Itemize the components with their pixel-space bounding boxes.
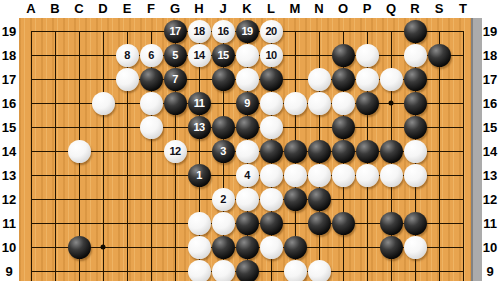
stone-black-L17 xyxy=(260,68,283,91)
column-label-G: G xyxy=(170,1,180,16)
stone-white-Q13 xyxy=(380,164,403,187)
stone-white-K14 xyxy=(236,140,259,163)
stone-white-E17 xyxy=(116,68,139,91)
star-point-D10 xyxy=(101,245,106,250)
stone-black-M10 xyxy=(284,236,307,259)
move-number: 13 xyxy=(193,121,204,133)
move-number: 12 xyxy=(169,145,180,157)
stone-black-F17 xyxy=(140,68,163,91)
column-label-H: H xyxy=(194,1,203,16)
row-label-right-16: 16 xyxy=(483,96,497,111)
move-number: 3 xyxy=(220,145,226,157)
stone-black-G19: 17 xyxy=(164,20,187,43)
move-number: 19 xyxy=(241,25,252,37)
stone-black-O15 xyxy=(332,116,355,139)
stone-black-Q11 xyxy=(380,212,403,235)
column-label-R: R xyxy=(410,1,419,16)
stone-black-O17 xyxy=(332,68,355,91)
column-label-F: F xyxy=(147,1,155,16)
column-label-K: K xyxy=(242,1,251,16)
stone-white-M9 xyxy=(284,260,307,281)
column-label-M: M xyxy=(290,1,301,16)
stone-white-F16 xyxy=(140,92,163,115)
column-label-T: T xyxy=(459,1,467,16)
grid-vline xyxy=(103,31,104,281)
stone-white-J11 xyxy=(212,212,235,235)
move-number: 6 xyxy=(148,49,154,61)
move-number: 1 xyxy=(196,169,202,181)
stone-black-L14 xyxy=(260,140,283,163)
row-label-right-17: 17 xyxy=(483,72,497,87)
stone-white-J19: 16 xyxy=(212,20,235,43)
stone-black-G17: 7 xyxy=(164,68,187,91)
move-number: 2 xyxy=(220,193,226,205)
stone-black-J17 xyxy=(212,68,235,91)
stone-black-H15: 13 xyxy=(188,116,211,139)
stone-black-K11 xyxy=(236,212,259,235)
stone-black-M14 xyxy=(284,140,307,163)
stone-black-R17 xyxy=(404,68,427,91)
stone-white-H10 xyxy=(188,236,211,259)
stone-white-H18: 14 xyxy=(188,44,211,67)
move-number: 4 xyxy=(244,169,250,181)
move-number: 17 xyxy=(169,25,180,37)
stone-black-G18: 5 xyxy=(164,44,187,67)
stone-black-K10 xyxy=(236,236,259,259)
stone-black-J18: 15 xyxy=(212,44,235,67)
stone-black-R19 xyxy=(404,20,427,43)
column-label-L: L xyxy=(267,1,275,16)
stone-black-R15 xyxy=(404,116,427,139)
column-label-A: A xyxy=(26,1,35,16)
row-label-right-13: 13 xyxy=(483,168,497,183)
row-label-right-15: 15 xyxy=(483,120,497,135)
grid-vline xyxy=(55,31,56,281)
row-label-left-12: 12 xyxy=(2,192,16,207)
stone-white-Q17 xyxy=(380,68,403,91)
stone-white-L19: 20 xyxy=(260,20,283,43)
row-label-left-11: 11 xyxy=(2,216,16,231)
row-label-right-10: 10 xyxy=(483,240,497,255)
stone-white-K17 xyxy=(236,68,259,91)
stone-white-C14 xyxy=(68,140,91,163)
move-number: 11 xyxy=(194,97,205,109)
stone-black-O18 xyxy=(332,44,355,67)
stone-black-C10 xyxy=(68,236,91,259)
stone-white-K18 xyxy=(236,44,259,67)
stone-black-N14 xyxy=(308,140,331,163)
stone-white-M16 xyxy=(284,92,307,115)
row-label-left-17: 17 xyxy=(2,72,16,87)
stone-black-P16 xyxy=(356,92,379,115)
move-number: 16 xyxy=(217,25,228,37)
row-label-right-19: 19 xyxy=(483,24,497,39)
stone-white-P13 xyxy=(356,164,379,187)
row-label-left-16: 16 xyxy=(2,96,16,111)
move-number: 20 xyxy=(265,25,276,37)
stone-black-M12 xyxy=(284,188,307,211)
row-label-left-9: 9 xyxy=(5,264,12,279)
move-number: 15 xyxy=(217,49,228,61)
stone-black-J10 xyxy=(212,236,235,259)
move-number: 10 xyxy=(265,49,276,61)
column-label-D: D xyxy=(98,1,107,16)
row-label-left-14: 14 xyxy=(2,144,16,159)
row-label-left-10: 10 xyxy=(2,240,16,255)
stone-white-J9 xyxy=(212,260,235,281)
column-label-E: E xyxy=(123,1,132,16)
stone-black-K19: 19 xyxy=(236,20,259,43)
stone-white-H19: 18 xyxy=(188,20,211,43)
stone-black-Q14 xyxy=(380,140,403,163)
grid-vline xyxy=(439,31,440,281)
stone-white-M13 xyxy=(284,164,307,187)
move-number: 18 xyxy=(193,25,204,37)
stone-white-R18 xyxy=(404,44,427,67)
stone-black-G16 xyxy=(164,92,187,115)
stone-white-D16 xyxy=(92,92,115,115)
column-label-N: N xyxy=(314,1,323,16)
stone-black-R11 xyxy=(404,212,427,235)
stone-white-L18: 10 xyxy=(260,44,283,67)
row-label-right-9: 9 xyxy=(486,264,493,279)
star-point-Q16 xyxy=(389,101,394,106)
column-label-P: P xyxy=(363,1,372,16)
column-label-J: J xyxy=(219,1,226,16)
stone-black-P14 xyxy=(356,140,379,163)
stone-black-K9 xyxy=(236,260,259,281)
row-label-left-15: 15 xyxy=(2,120,16,135)
stone-white-H9 xyxy=(188,260,211,281)
row-label-left-18: 18 xyxy=(2,48,16,63)
stone-white-E18: 8 xyxy=(116,44,139,67)
stone-black-R16 xyxy=(404,92,427,115)
stone-black-N12 xyxy=(308,188,331,211)
stone-white-H11 xyxy=(188,212,211,235)
stone-black-K15 xyxy=(236,116,259,139)
stone-white-O16 xyxy=(332,92,355,115)
stone-white-O13 xyxy=(332,164,355,187)
window-edge-scrollbar[interactable] xyxy=(471,18,482,281)
stone-white-R14 xyxy=(404,140,427,163)
stone-black-O11 xyxy=(332,212,355,235)
stone-white-G14: 12 xyxy=(164,140,187,163)
stone-black-H16: 11 xyxy=(188,92,211,115)
stone-white-P17 xyxy=(356,68,379,91)
stone-white-N9 xyxy=(308,260,331,281)
move-number: 5 xyxy=(172,49,178,61)
stone-white-L10 xyxy=(260,236,283,259)
move-number: 8 xyxy=(124,49,130,61)
column-label-O: O xyxy=(338,1,348,16)
stone-white-P18 xyxy=(356,44,379,67)
stone-white-F15 xyxy=(140,116,163,139)
move-number: 14 xyxy=(193,49,204,61)
row-label-right-11: 11 xyxy=(483,216,497,231)
column-label-S: S xyxy=(435,1,444,16)
stone-black-N11 xyxy=(308,212,331,235)
row-label-right-18: 18 xyxy=(483,48,497,63)
go-board[interactable]: 1718161920865141510711913123142 xyxy=(19,18,471,281)
stone-white-R10 xyxy=(404,236,427,259)
column-label-B: B xyxy=(50,1,59,16)
stone-black-Q10 xyxy=(380,236,403,259)
stone-black-K16: 9 xyxy=(236,92,259,115)
stone-white-F18: 6 xyxy=(140,44,163,67)
go-diagram-window: 1718161920865141510711913123142 ABCDEFGH… xyxy=(0,0,500,281)
stone-black-J15 xyxy=(212,116,235,139)
stone-black-S18 xyxy=(428,44,451,67)
stone-black-L11 xyxy=(260,212,283,235)
stone-white-L15 xyxy=(260,116,283,139)
stone-white-L16 xyxy=(260,92,283,115)
stone-black-H13: 1 xyxy=(188,164,211,187)
row-label-right-12: 12 xyxy=(483,192,497,207)
move-number: 9 xyxy=(244,97,250,109)
row-label-left-13: 13 xyxy=(2,168,16,183)
stone-white-L13 xyxy=(260,164,283,187)
stone-white-K13: 4 xyxy=(236,164,259,187)
stone-white-N16 xyxy=(308,92,331,115)
stone-white-J12: 2 xyxy=(212,188,235,211)
row-label-right-14: 14 xyxy=(483,144,497,159)
move-number: 7 xyxy=(172,73,178,85)
stone-white-L12 xyxy=(260,188,283,211)
stone-white-N13 xyxy=(308,164,331,187)
column-label-Q: Q xyxy=(386,1,396,16)
stone-white-R13 xyxy=(404,164,427,187)
grid-vline xyxy=(463,31,464,281)
column-label-C: C xyxy=(74,1,83,16)
grid-vline xyxy=(31,31,32,281)
row-label-left-19: 19 xyxy=(2,24,16,39)
stone-white-K12 xyxy=(236,188,259,211)
stone-black-J14: 3 xyxy=(212,140,235,163)
stone-white-N17 xyxy=(308,68,331,91)
stone-black-O14 xyxy=(332,140,355,163)
